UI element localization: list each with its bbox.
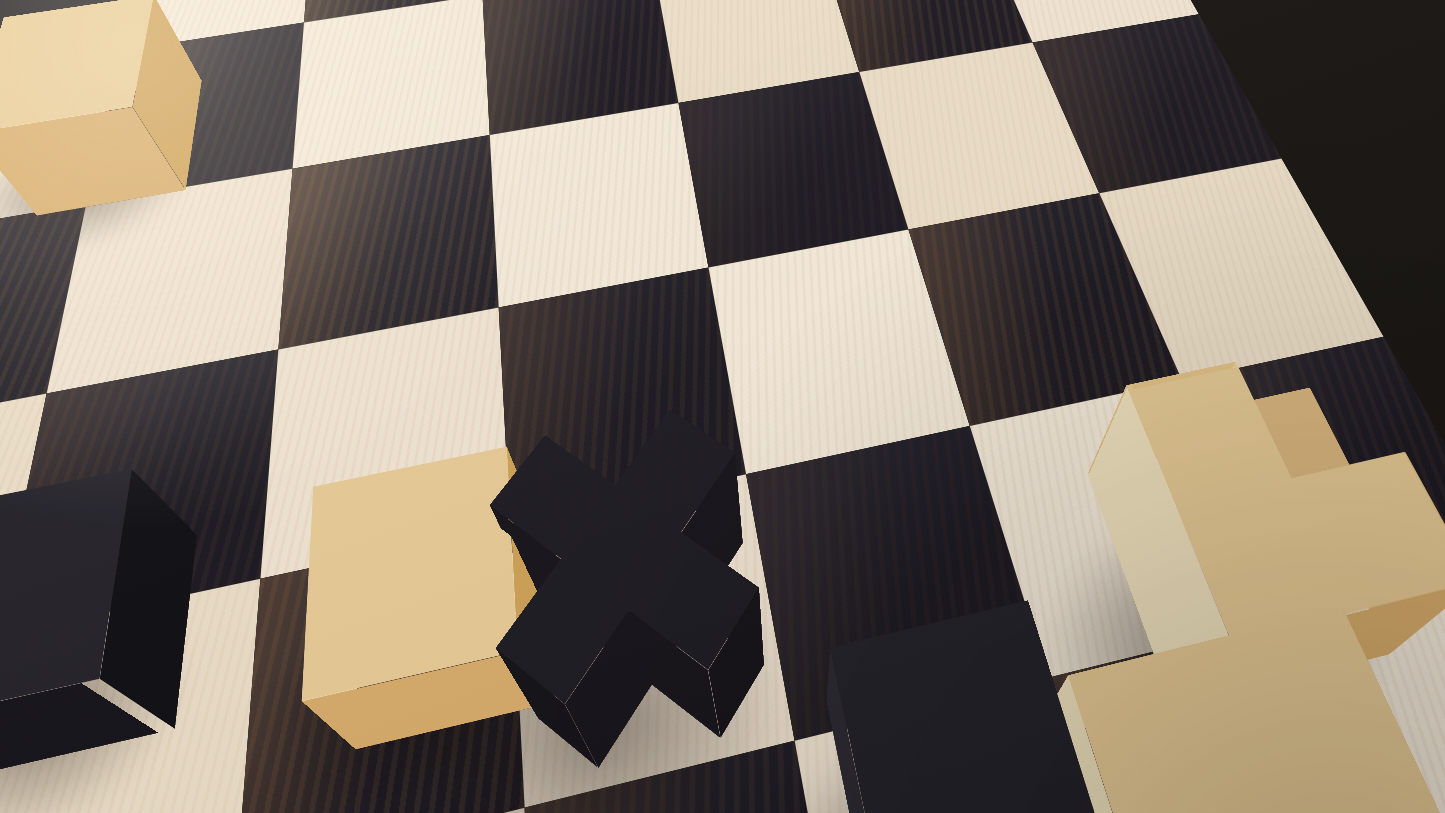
photo-scene: ♟♙♝♟♘♖♝♙: [0, 0, 1445, 813]
board-plane: ♟♙♝♟♘♖♝♙: [0, 0, 1445, 813]
square-h5[interactable]: [1099, 159, 1383, 381]
black-pawn-f3[interactable]: ♟: [826, 657, 1068, 813]
